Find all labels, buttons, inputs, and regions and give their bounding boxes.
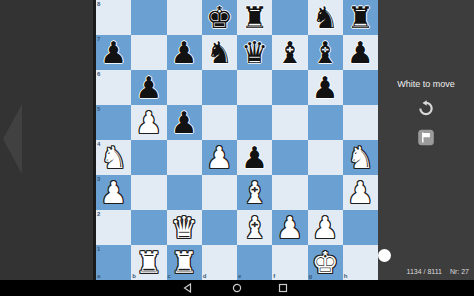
square-c8[interactable]: [167, 0, 202, 35]
puzzle-counters: 1134 / 8111 Nr: 27: [407, 268, 469, 275]
square-e7[interactable]: ♛: [237, 35, 272, 70]
square-a7[interactable]: 7♟: [96, 35, 131, 70]
back-triangle-icon: [183, 281, 193, 296]
square-a4[interactable]: 4♞: [96, 140, 131, 175]
square-d6[interactable]: [202, 70, 237, 105]
square-b1[interactable]: b♜: [131, 245, 166, 280]
piece-black-pawn: ♟: [312, 73, 339, 103]
rank-label: 2: [97, 211, 100, 217]
piece-black-pawn: ♟: [135, 73, 162, 103]
piece-white-pawn: ♟: [276, 213, 303, 243]
square-e1[interactable]: e: [237, 245, 272, 280]
file-label: d: [203, 273, 207, 279]
square-h1[interactable]: h: [343, 245, 378, 280]
square-g3[interactable]: [308, 175, 343, 210]
status-dot: [378, 249, 391, 262]
nav-back-button[interactable]: [183, 283, 193, 293]
piece-white-pawn: ♟: [206, 143, 233, 173]
square-h7[interactable]: ♟: [343, 35, 378, 70]
square-d1[interactable]: d: [202, 245, 237, 280]
piece-white-rook: ♜: [171, 248, 198, 278]
piece-black-rook: ♜: [347, 3, 374, 33]
rank-label: 1: [97, 246, 100, 252]
square-d7[interactable]: ♞: [202, 35, 237, 70]
file-label: f: [273, 273, 275, 279]
square-c6[interactable]: [167, 70, 202, 105]
file-label: c: [168, 273, 171, 279]
rank-label: 7: [97, 36, 100, 42]
square-d4[interactable]: ♟: [202, 140, 237, 175]
rotate-icon: [418, 105, 435, 120]
square-a2[interactable]: 2: [96, 210, 131, 245]
piece-white-knight: ♞: [100, 143, 127, 173]
square-f4[interactable]: [272, 140, 307, 175]
puzzle-number: Nr: 27: [450, 268, 469, 275]
chevron-left-icon[interactable]: [3, 104, 22, 174]
resign-flag-button[interactable]: [418, 129, 435, 146]
square-g7[interactable]: ♝: [308, 35, 343, 70]
piece-white-bishop: ♝: [241, 178, 268, 208]
piece-black-queen: ♛: [241, 38, 268, 68]
file-label: g: [309, 273, 313, 279]
square-d3[interactable]: [202, 175, 237, 210]
square-h4[interactable]: ♞: [343, 140, 378, 175]
turn-status-text: White to move: [378, 79, 474, 89]
square-c1[interactable]: c♜: [167, 245, 202, 280]
square-f6[interactable]: [272, 70, 307, 105]
file-label: a: [97, 273, 100, 279]
nav-home-button[interactable]: [232, 283, 242, 293]
square-e8[interactable]: ♜: [237, 0, 272, 35]
piece-black-pawn: ♟: [171, 108, 198, 138]
piece-black-bishop: ♝: [312, 38, 339, 68]
square-h3[interactable]: ♟: [343, 175, 378, 210]
square-f7[interactable]: ♝: [272, 35, 307, 70]
square-c2[interactable]: ♛: [167, 210, 202, 245]
nav-recents-button[interactable]: [278, 283, 288, 293]
square-b7[interactable]: [131, 35, 166, 70]
rank-label: 4: [97, 141, 100, 147]
square-h2[interactable]: [343, 210, 378, 245]
rank-label: 8: [97, 1, 100, 7]
square-e5[interactable]: [237, 105, 272, 140]
file-label: b: [132, 273, 136, 279]
piece-white-queen: ♛: [171, 213, 198, 243]
home-circle-icon: [232, 281, 242, 296]
square-f8[interactable]: [272, 0, 307, 35]
piece-white-pawn: ♟: [312, 213, 339, 243]
square-b8[interactable]: [131, 0, 166, 35]
piece-black-pawn: ♟: [171, 38, 198, 68]
square-c3[interactable]: [167, 175, 202, 210]
square-g5[interactable]: [308, 105, 343, 140]
piece-white-pawn: ♟: [100, 178, 127, 208]
square-f1[interactable]: f: [272, 245, 307, 280]
file-label: e: [238, 273, 241, 279]
square-h5[interactable]: [343, 105, 378, 140]
rank-label: 5: [97, 106, 100, 112]
square-g2[interactable]: ♟: [308, 210, 343, 245]
piece-white-knight: ♞: [347, 143, 374, 173]
square-b3[interactable]: [131, 175, 166, 210]
square-g1[interactable]: g♚: [308, 245, 343, 280]
square-e3[interactable]: ♝: [237, 175, 272, 210]
square-e4[interactable]: ♟: [237, 140, 272, 175]
square-g6[interactable]: ♟: [308, 70, 343, 105]
square-a6[interactable]: 6: [96, 70, 131, 105]
piece-black-bishop: ♝: [276, 38, 303, 68]
piece-white-pawn: ♟: [347, 178, 374, 208]
rotate-board-button[interactable]: [418, 100, 435, 117]
square-a1[interactable]: 1a: [96, 245, 131, 280]
square-b4[interactable]: [131, 140, 166, 175]
square-b6[interactable]: ♟: [131, 70, 166, 105]
previous-puzzle-panel[interactable]: [0, 0, 96, 280]
piece-black-king: ♚: [206, 3, 233, 33]
recents-square-icon: [278, 281, 288, 296]
piece-white-bishop: ♝: [241, 213, 268, 243]
square-a8[interactable]: 8: [96, 0, 131, 35]
piece-black-pawn: ♟: [347, 38, 374, 68]
square-c5[interactable]: ♟: [167, 105, 202, 140]
file-label: h: [344, 273, 348, 279]
square-e6[interactable]: [237, 70, 272, 105]
piece-black-pawn: ♟: [100, 38, 127, 68]
piece-white-king: ♚: [312, 248, 339, 278]
square-h6[interactable]: [343, 70, 378, 105]
flag-icon: [418, 134, 435, 149]
piece-black-pawn: ♟: [241, 143, 268, 173]
square-a3[interactable]: 3♟: [96, 175, 131, 210]
square-h8[interactable]: ♜: [343, 0, 378, 35]
square-g4[interactable]: [308, 140, 343, 175]
square-d2[interactable]: [202, 210, 237, 245]
piece-white-pawn: ♟: [135, 108, 162, 138]
square-g8[interactable]: ♞: [308, 0, 343, 35]
square-b5[interactable]: ♟: [131, 105, 166, 140]
square-f3[interactable]: [272, 175, 307, 210]
progress-count: 1134 / 8111: [407, 268, 442, 275]
piece-black-knight: ♞: [312, 3, 339, 33]
square-c4[interactable]: [167, 140, 202, 175]
square-e2[interactable]: ♝: [237, 210, 272, 245]
square-f2[interactable]: ♟: [272, 210, 307, 245]
square-d8[interactable]: ♚: [202, 0, 237, 35]
square-c7[interactable]: ♟: [167, 35, 202, 70]
android-nav-bar: [0, 280, 474, 296]
chess-board: 8♚♜♞♜7♟♟♞♛♝♝♟6♟♟5♟♟4♞♟♟♞3♟♝♟2♛♝♟♟1ab♜c♜d…: [96, 0, 378, 280]
piece-black-knight: ♞: [206, 38, 233, 68]
rank-label: 6: [97, 71, 100, 77]
piece-white-rook: ♜: [135, 248, 162, 278]
sidebar: White to move 1134 / 8111 Nr: 27: [378, 0, 474, 280]
square-d5[interactable]: [202, 105, 237, 140]
piece-black-rook: ♜: [241, 3, 268, 33]
app-screen: 8♚♜♞♜7♟♟♞♛♝♝♟6♟♟5♟♟4♞♟♟♞3♟♝♟2♛♝♟♟1ab♜c♜d…: [0, 0, 474, 296]
square-b2[interactable]: [131, 210, 166, 245]
square-a5[interactable]: 5: [96, 105, 131, 140]
rank-label: 3: [97, 176, 100, 182]
square-f5[interactable]: [272, 105, 307, 140]
